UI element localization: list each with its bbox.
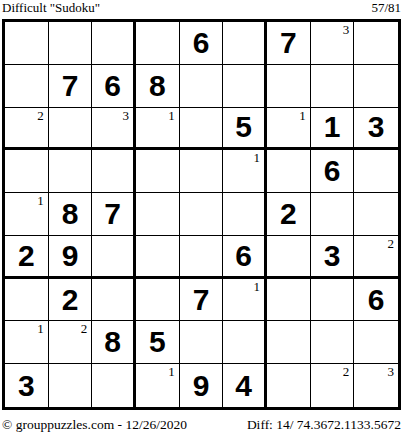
sudoku-page: Difficult "Sudoku" 57/81 673768231511316… [0,0,403,437]
cell-r9c1[interactable]: 3 [5,364,49,407]
cell-r1c1[interactable] [5,22,49,65]
given-digit: 9 [49,236,92,276]
cell-r2c3[interactable]: 6 [92,65,136,108]
cell-r7c6[interactable]: 1 [223,279,267,322]
cell-r1c4[interactable] [136,22,180,65]
cell-r5c9[interactable] [354,193,398,236]
cell-r4c6[interactable]: 1 [223,150,267,193]
cell-r8c1[interactable]: 1 [5,321,49,364]
cell-r6c2[interactable]: 9 [49,236,93,279]
cell-r4c5[interactable] [180,150,224,193]
cell-r6c6[interactable]: 6 [223,236,267,279]
given-digit: 1 [311,108,354,148]
given-digit: 3 [5,364,48,407]
pencil-mark: 3 [123,109,130,122]
cell-r2c8[interactable] [311,65,355,108]
cell-r2c5[interactable] [180,65,224,108]
given-digit: 2 [49,279,92,321]
pencil-mark: 1 [168,365,175,378]
cell-r9c7[interactable] [267,364,311,407]
cell-r8c8[interactable] [311,321,355,364]
cell-r8c2[interactable]: 2 [49,321,93,364]
pencil-mark: 1 [254,280,261,293]
cell-r8c3[interactable]: 8 [92,321,136,364]
cell-r5c7[interactable]: 2 [267,193,311,236]
given-digit: 7 [267,22,310,64]
cell-r7c9[interactable]: 6 [354,279,398,322]
given-digit: 9 [180,364,223,407]
given-digit: 3 [311,236,354,276]
cell-r4c2[interactable] [49,150,93,193]
cell-r6c8[interactable]: 3 [311,236,355,279]
pencil-mark: 1 [37,322,44,335]
cell-r9c8[interactable]: 2 [311,364,355,407]
pencil-mark: 2 [37,109,44,122]
given-digit: 5 [136,321,179,363]
cell-r3c9[interactable]: 3 [354,108,398,151]
cell-r1c3[interactable] [92,22,136,65]
cell-r2c6[interactable] [223,65,267,108]
cell-r9c2[interactable] [49,364,93,407]
cell-r1c9[interactable] [354,22,398,65]
cell-r3c6[interactable]: 5 [223,108,267,151]
cell-r3c7[interactable]: 1 [267,108,311,151]
cell-r2c7[interactable] [267,65,311,108]
given-digit: 6 [354,279,398,321]
cell-r1c8[interactable]: 3 [311,22,355,65]
cell-r2c4[interactable]: 8 [136,65,180,108]
cell-r5c6[interactable] [223,193,267,236]
given-digit: 6 [223,236,264,276]
cell-r4c4[interactable] [136,150,180,193]
cell-r4c7[interactable] [267,150,311,193]
pencil-mark: 2 [343,365,350,378]
header: Difficult "Sudoku" 57/81 [0,0,403,19]
given-digit: 8 [49,193,92,235]
cell-r3c3[interactable]: 3 [92,108,136,151]
given-digit: 2 [5,236,48,276]
cell-r3c5[interactable] [180,108,224,151]
cell-r7c2[interactable]: 2 [49,279,93,322]
pencil-mark: 1 [37,194,44,207]
given-digit: 7 [180,279,223,321]
cell-r5c1[interactable]: 1 [5,193,49,236]
cell-r3c1[interactable]: 2 [5,108,49,151]
given-digit: 7 [92,193,133,235]
pencil-mark: 1 [168,109,175,122]
given-digit: 6 [180,22,223,64]
pencil-mark: 3 [343,23,350,36]
given-digit: 8 [136,65,179,107]
cell-r8c5[interactable] [180,321,224,364]
cell-r3c8[interactable]: 1 [311,108,355,151]
cell-r9c6[interactable]: 4 [223,364,267,407]
cell-r3c2[interactable] [49,108,93,151]
cell-r2c1[interactable] [5,65,49,108]
cell-r6c7[interactable] [267,236,311,279]
pencil-mark: 2 [388,237,395,250]
cell-r5c5[interactable] [180,193,224,236]
pencil-mark: 1 [254,151,261,164]
cell-r9c4[interactable]: 1 [136,364,180,407]
given-digit: 4 [223,364,264,407]
cell-r6c4[interactable] [136,236,180,279]
cell-r4c8[interactable]: 6 [311,150,355,193]
cell-r6c5[interactable] [180,236,224,279]
cell-r7c8[interactable] [311,279,355,322]
cell-r4c1[interactable] [5,150,49,193]
pencil-mark: 1 [299,109,306,122]
given-digit: 6 [311,150,354,192]
sudoku-board: 67376823151131618722963227161285319423 [2,19,401,410]
given-digit: 3 [354,108,398,148]
cell-r9c3[interactable] [92,364,136,407]
cell-r5c8[interactable] [311,193,355,236]
cell-r8c6[interactable] [223,321,267,364]
copyright-text: © grouppuzzles.com - 12/26/2020 [2,417,187,432]
cell-r8c4[interactable]: 5 [136,321,180,364]
cell-r5c3[interactable]: 7 [92,193,136,236]
puzzle-counter: 57/81 [371,1,401,15]
page-title: Difficult "Sudoku" [2,1,100,15]
cell-r9c5[interactable]: 9 [180,364,224,407]
cell-r7c1[interactable] [5,279,49,322]
cell-r7c3[interactable] [92,279,136,322]
cell-r9c9[interactable]: 3 [354,364,398,407]
cell-r1c2[interactable] [49,22,93,65]
cell-r5c4[interactable] [136,193,180,236]
cell-r6c9[interactable]: 2 [354,236,398,279]
cell-r6c1[interactable]: 2 [5,236,49,279]
cell-r8c9[interactable] [354,321,398,364]
cell-r7c5[interactable]: 7 [180,279,224,322]
cell-r7c7[interactable] [267,279,311,322]
given-digit: 2 [267,193,310,235]
cell-r7c4[interactable] [136,279,180,322]
given-digit: 7 [49,65,92,107]
pencil-mark: 2 [81,322,88,335]
cell-r2c9[interactable] [354,65,398,108]
cell-r6c3[interactable] [92,236,136,279]
cell-r3c4[interactable]: 1 [136,108,180,151]
cell-r8c7[interactable] [267,321,311,364]
cell-r4c9[interactable] [354,150,398,193]
cell-r2c2[interactable]: 7 [49,65,93,108]
pencil-mark: 3 [388,365,395,378]
cell-r4c3[interactable] [92,150,136,193]
cell-r1c7[interactable]: 7 [267,22,311,65]
difficulty-text: Diff: 14/ 74.3672.1133.5672 [247,417,401,432]
given-digit: 8 [92,321,133,363]
footer: © grouppuzzles.com - 12/26/2020 Diff: 14… [0,417,403,432]
given-digit: 6 [92,65,133,107]
cell-r1c5[interactable]: 6 [180,22,224,65]
given-digit: 5 [223,108,264,148]
cell-r5c2[interactable]: 8 [49,193,93,236]
cell-r1c6[interactable] [223,22,267,65]
